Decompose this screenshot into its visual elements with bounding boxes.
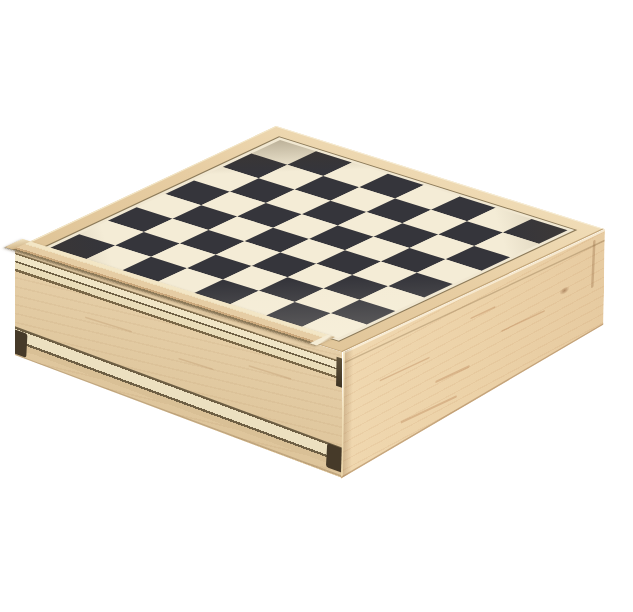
wood-grain-streak (501, 310, 545, 332)
groove-notch-near-corner (326, 443, 343, 473)
left-side-bottom-edge (9, 352, 376, 524)
rail-end-cap-right (310, 335, 335, 346)
wood-grain-streak (249, 365, 292, 380)
product-photo-stage (0, 0, 633, 612)
wood-grain-streak (401, 395, 457, 424)
wood-grain-streak (380, 357, 430, 382)
wood-grain-streak (435, 365, 469, 383)
wood-knot (559, 285, 569, 297)
bottom-panel-groove (10, 325, 369, 481)
wood-grain-streak (470, 306, 495, 319)
rail-end-cap-left (5, 239, 30, 250)
corner-shadow (343, 347, 354, 480)
wood-grain-streak (85, 316, 132, 332)
groove-notch-left-corner (14, 329, 28, 357)
lid-groove-slot-near-corner (336, 357, 343, 388)
wood-grain-streak (179, 358, 214, 371)
